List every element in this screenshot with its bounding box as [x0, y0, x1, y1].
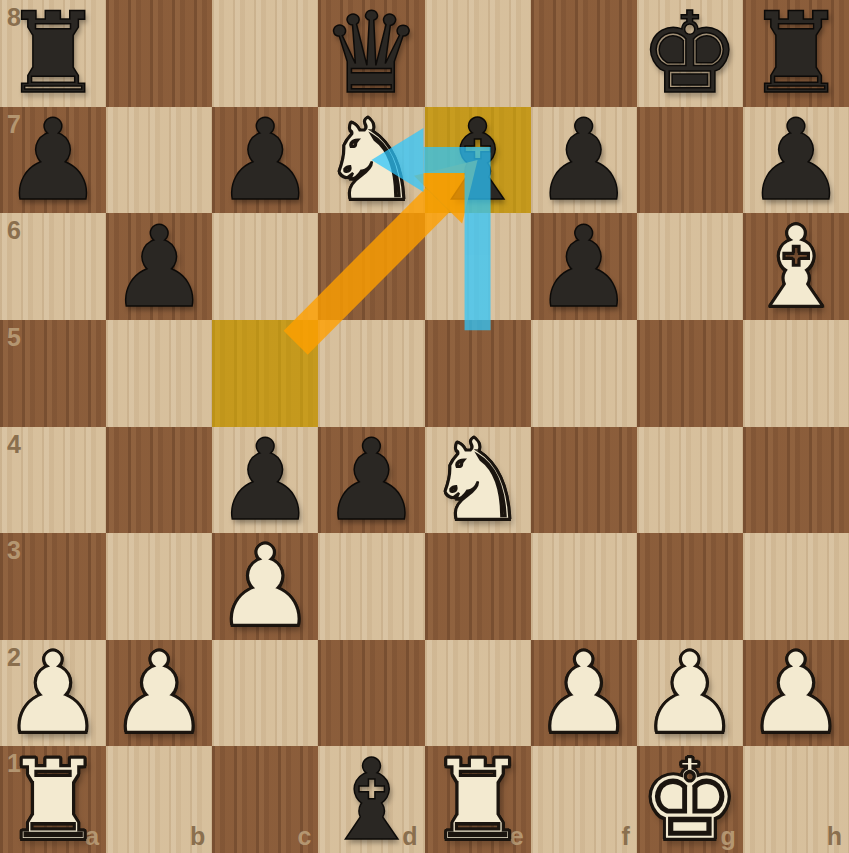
square-c1[interactable]: c: [212, 746, 318, 853]
black-king-g8[interactable]: ♚: [637, 0, 743, 107]
square-f7[interactable]: ♟: [531, 107, 637, 214]
square-a4[interactable]: 4: [0, 427, 106, 534]
white-pawn-h2[interactable]: ♟: [743, 640, 849, 747]
square-h7[interactable]: ♟: [743, 107, 849, 214]
square-g4[interactable]: [637, 427, 743, 534]
white-pawn-f2[interactable]: ♟: [531, 640, 637, 747]
square-e8[interactable]: [425, 0, 531, 107]
square-a1[interactable]: 1a♜: [0, 746, 106, 853]
square-c3[interactable]: ♟: [212, 533, 318, 640]
square-f8[interactable]: [531, 0, 637, 107]
square-g7[interactable]: [637, 107, 743, 214]
square-h8[interactable]: ♜: [743, 0, 849, 107]
square-a8[interactable]: 8♜: [0, 0, 106, 107]
square-e3[interactable]: [425, 533, 531, 640]
black-rook-a8[interactable]: ♜: [0, 0, 106, 107]
square-e4[interactable]: ♞: [425, 427, 531, 534]
rank-label-4: 4: [7, 432, 21, 457]
square-g2[interactable]: ♟: [637, 640, 743, 747]
square-f1[interactable]: f: [531, 746, 637, 853]
black-pawn-f7[interactable]: ♟: [531, 107, 637, 214]
square-e5[interactable]: [425, 320, 531, 427]
square-b3[interactable]: [106, 533, 212, 640]
square-g6[interactable]: [637, 213, 743, 320]
square-h5[interactable]: [743, 320, 849, 427]
square-b5[interactable]: [106, 320, 212, 427]
square-c8[interactable]: [212, 0, 318, 107]
square-f5[interactable]: [531, 320, 637, 427]
white-knight-e4[interactable]: ♞: [425, 427, 531, 534]
square-c6[interactable]: [212, 213, 318, 320]
square-h6[interactable]: ♝: [743, 213, 849, 320]
square-b7[interactable]: [106, 107, 212, 214]
square-c2[interactable]: [212, 640, 318, 747]
black-bishop-e7[interactable]: ♝: [425, 107, 531, 214]
white-rook-a1[interactable]: ♜: [0, 746, 106, 853]
square-d3[interactable]: [318, 533, 424, 640]
file-label-f: f: [621, 824, 629, 849]
square-h3[interactable]: [743, 533, 849, 640]
square-g5[interactable]: [637, 320, 743, 427]
square-b4[interactable]: [106, 427, 212, 534]
square-a7[interactable]: 7♟: [0, 107, 106, 214]
square-a5[interactable]: 5: [0, 320, 106, 427]
black-pawn-b6[interactable]: ♟: [106, 213, 212, 320]
black-pawn-h7[interactable]: ♟: [743, 107, 849, 214]
square-e2[interactable]: [425, 640, 531, 747]
white-pawn-b2[interactable]: ♟: [106, 640, 212, 747]
white-king-g1[interactable]: ♚: [637, 746, 743, 853]
file-label-c: c: [297, 824, 311, 849]
square-a6[interactable]: 6: [0, 213, 106, 320]
white-rook-e1[interactable]: ♜: [425, 746, 531, 853]
square-b6[interactable]: ♟: [106, 213, 212, 320]
rank-label-5: 5: [7, 325, 21, 350]
square-d1[interactable]: d♝: [318, 746, 424, 853]
square-d6[interactable]: [318, 213, 424, 320]
square-g1[interactable]: g♚: [637, 746, 743, 853]
black-bishop-d1[interactable]: ♝: [318, 746, 424, 853]
file-label-b: b: [190, 824, 205, 849]
rank-label-3: 3: [7, 538, 21, 563]
square-c5[interactable]: [212, 320, 318, 427]
black-rook-h8[interactable]: ♜: [743, 0, 849, 107]
square-h2[interactable]: ♟: [743, 640, 849, 747]
rank-label-6: 6: [7, 218, 21, 243]
file-label-h: h: [827, 824, 842, 849]
white-pawn-a2[interactable]: ♟: [0, 640, 106, 747]
square-a2[interactable]: 2♟: [0, 640, 106, 747]
square-c4[interactable]: ♟: [212, 427, 318, 534]
black-pawn-a7[interactable]: ♟: [0, 107, 106, 214]
square-e7[interactable]: ♝: [425, 107, 531, 214]
square-f6[interactable]: ♟: [531, 213, 637, 320]
square-f4[interactable]: [531, 427, 637, 534]
square-c7[interactable]: ♟: [212, 107, 318, 214]
white-bishop-h6[interactable]: ♝: [743, 213, 849, 320]
black-pawn-f6[interactable]: ♟: [531, 213, 637, 320]
square-d8[interactable]: ♛: [318, 0, 424, 107]
square-b8[interactable]: [106, 0, 212, 107]
square-e1[interactable]: e♜: [425, 746, 531, 853]
white-knight-d7[interactable]: ♞: [318, 107, 424, 214]
last-move-highlight-c5: [212, 320, 318, 427]
black-pawn-d4[interactable]: ♟: [318, 427, 424, 534]
square-b2[interactable]: ♟: [106, 640, 212, 747]
square-e6[interactable]: [425, 213, 531, 320]
square-f3[interactable]: [531, 533, 637, 640]
square-d5[interactable]: [318, 320, 424, 427]
black-pawn-c4[interactable]: ♟: [212, 427, 318, 534]
square-a3[interactable]: 3: [0, 533, 106, 640]
board-squares: 8♜♛♚♜7♟♟♞♝♟♟6♟♟♝54♟♟♞3♟2♟♟♟♟♟1a♜bcd♝e♜fg…: [0, 0, 849, 853]
square-d7[interactable]: ♞: [318, 107, 424, 214]
square-d4[interactable]: ♟: [318, 427, 424, 534]
square-h4[interactable]: [743, 427, 849, 534]
square-g8[interactable]: ♚: [637, 0, 743, 107]
black-pawn-c7[interactable]: ♟: [212, 107, 318, 214]
square-f2[interactable]: ♟: [531, 640, 637, 747]
square-h1[interactable]: h: [743, 746, 849, 853]
square-d2[interactable]: [318, 640, 424, 747]
white-pawn-c3[interactable]: ♟: [212, 533, 318, 640]
square-g3[interactable]: [637, 533, 743, 640]
white-pawn-g2[interactable]: ♟: [637, 640, 743, 747]
black-queen-d8[interactable]: ♛: [318, 0, 424, 107]
chess-board: 8♜♛♚♜7♟♟♞♝♟♟6♟♟♝54♟♟♞3♟2♟♟♟♟♟1a♜bcd♝e♜fg…: [0, 0, 849, 853]
square-b1[interactable]: b: [106, 746, 212, 853]
